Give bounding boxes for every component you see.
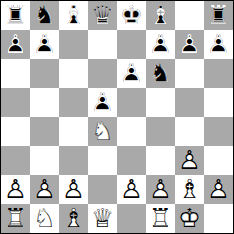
piece-outline-glyph: ♙ bbox=[30, 30, 59, 59]
square-e8[interactable]: ♚♔ bbox=[117, 1, 146, 30]
white-pawn-icon: ♟♙ bbox=[117, 175, 146, 204]
square-d7[interactable] bbox=[88, 30, 117, 59]
square-d8[interactable]: ♛♕ bbox=[88, 1, 117, 30]
piece-fill-glyph: ♝ bbox=[59, 1, 88, 30]
piece-outline-glyph: ♙ bbox=[175, 146, 204, 175]
white-pawn-icon: ♟♙ bbox=[30, 175, 59, 204]
piece-outline-glyph: ♙ bbox=[1, 30, 30, 59]
black-rook-icon: ♜♖ bbox=[204, 1, 233, 30]
piece-fill-glyph: ♞ bbox=[30, 204, 59, 233]
square-g2[interactable]: ♝♗ bbox=[175, 175, 204, 204]
piece-outline-glyph: ♗ bbox=[175, 175, 204, 204]
square-f3[interactable] bbox=[146, 146, 175, 175]
piece-outline-glyph: ♕ bbox=[88, 204, 117, 233]
piece-outline-glyph: ♖ bbox=[204, 1, 233, 30]
square-h3[interactable] bbox=[204, 146, 233, 175]
square-a4[interactable] bbox=[1, 117, 30, 146]
square-d6[interactable] bbox=[88, 59, 117, 88]
piece-fill-glyph: ♟ bbox=[30, 175, 59, 204]
white-pawn-icon: ♟♙ bbox=[146, 175, 175, 204]
white-king-icon: ♚♔ bbox=[175, 204, 204, 233]
piece-fill-glyph: ♛ bbox=[88, 1, 117, 30]
square-f7[interactable]: ♟♙ bbox=[146, 30, 175, 59]
square-b5[interactable] bbox=[30, 88, 59, 117]
piece-outline-glyph: ♙ bbox=[117, 175, 146, 204]
white-queen-icon: ♛♕ bbox=[88, 204, 117, 233]
white-bishop-icon: ♝♗ bbox=[59, 204, 88, 233]
square-b7[interactable]: ♟♙ bbox=[30, 30, 59, 59]
piece-outline-glyph: ♘ bbox=[88, 117, 117, 146]
square-g5[interactable] bbox=[175, 88, 204, 117]
piece-outline-glyph: ♙ bbox=[146, 175, 175, 204]
square-c7[interactable] bbox=[59, 30, 88, 59]
piece-fill-glyph: ♝ bbox=[175, 175, 204, 204]
piece-outline-glyph: ♙ bbox=[117, 59, 146, 88]
square-b3[interactable] bbox=[30, 146, 59, 175]
square-d2[interactable] bbox=[88, 175, 117, 204]
square-f2[interactable]: ♟♙ bbox=[146, 175, 175, 204]
square-g6[interactable] bbox=[175, 59, 204, 88]
piece-outline-glyph: ♙ bbox=[175, 30, 204, 59]
square-g8[interactable] bbox=[175, 1, 204, 30]
white-rook-icon: ♜♖ bbox=[1, 204, 30, 233]
black-rook-icon: ♜♖ bbox=[1, 1, 30, 30]
piece-fill-glyph: ♟ bbox=[146, 30, 175, 59]
piece-fill-glyph: ♛ bbox=[88, 204, 117, 233]
piece-fill-glyph: ♞ bbox=[146, 59, 175, 88]
piece-fill-glyph: ♜ bbox=[204, 1, 233, 30]
square-g1[interactable]: ♚♔ bbox=[175, 204, 204, 233]
square-e7[interactable] bbox=[117, 30, 146, 59]
black-pawn-icon: ♟♙ bbox=[204, 30, 233, 59]
white-knight-icon: ♞♘ bbox=[30, 204, 59, 233]
square-d1[interactable]: ♛♕ bbox=[88, 204, 117, 233]
piece-outline-glyph: ♗ bbox=[59, 204, 88, 233]
piece-fill-glyph: ♝ bbox=[59, 204, 88, 233]
square-d4[interactable]: ♞♘ bbox=[88, 117, 117, 146]
square-h5[interactable] bbox=[204, 88, 233, 117]
piece-fill-glyph: ♞ bbox=[88, 117, 117, 146]
square-g7[interactable]: ♟♙ bbox=[175, 30, 204, 59]
black-pawn-icon: ♟♙ bbox=[146, 30, 175, 59]
square-f4[interactable] bbox=[146, 117, 175, 146]
white-pawn-icon: ♟♙ bbox=[59, 175, 88, 204]
piece-fill-glyph: ♞ bbox=[30, 1, 59, 30]
piece-outline-glyph: ♔ bbox=[117, 1, 146, 30]
square-a1[interactable]: ♜♖ bbox=[1, 204, 30, 233]
piece-fill-glyph: ♚ bbox=[117, 1, 146, 30]
black-king-icon: ♚♔ bbox=[117, 1, 146, 30]
piece-outline-glyph: ♙ bbox=[204, 30, 233, 59]
square-e5[interactable] bbox=[117, 88, 146, 117]
square-g4[interactable] bbox=[175, 117, 204, 146]
square-c3[interactable] bbox=[59, 146, 88, 175]
piece-fill-glyph: ♜ bbox=[1, 1, 30, 30]
square-h7[interactable]: ♟♙ bbox=[204, 30, 233, 59]
black-pawn-icon: ♟♙ bbox=[1, 30, 30, 59]
piece-fill-glyph: ♟ bbox=[117, 175, 146, 204]
black-knight-icon: ♞♘ bbox=[146, 59, 175, 88]
square-h8[interactable]: ♜♖ bbox=[204, 1, 233, 30]
white-pawn-icon: ♟♙ bbox=[204, 175, 233, 204]
square-c6[interactable] bbox=[59, 59, 88, 88]
piece-fill-glyph: ♟ bbox=[175, 146, 204, 175]
piece-fill-glyph: ♟ bbox=[59, 175, 88, 204]
square-a7[interactable]: ♟♙ bbox=[1, 30, 30, 59]
piece-outline-glyph: ♗ bbox=[146, 1, 175, 30]
square-c2[interactable]: ♟♙ bbox=[59, 175, 88, 204]
piece-outline-glyph: ♙ bbox=[1, 175, 30, 204]
black-queen-icon: ♛♕ bbox=[88, 1, 117, 30]
white-rook-icon: ♜♖ bbox=[146, 204, 175, 233]
piece-fill-glyph: ♟ bbox=[88, 88, 117, 117]
square-h4[interactable] bbox=[204, 117, 233, 146]
piece-outline-glyph: ♙ bbox=[88, 88, 117, 117]
piece-fill-glyph: ♟ bbox=[1, 175, 30, 204]
piece-fill-glyph: ♟ bbox=[175, 30, 204, 59]
chess-board: ♜♖♞♘♝♗♛♕♚♔♝♗♜♖♟♙♟♙♟♙♟♙♟♙♟♙♞♘♟♙♞♘♟♙♟♙♟♙♟♙… bbox=[0, 0, 234, 234]
square-c8[interactable]: ♝♗ bbox=[59, 1, 88, 30]
square-b6[interactable] bbox=[30, 59, 59, 88]
square-b8[interactable]: ♞♘ bbox=[30, 1, 59, 30]
piece-fill-glyph: ♟ bbox=[204, 30, 233, 59]
square-f1[interactable]: ♜♖ bbox=[146, 204, 175, 233]
square-a2[interactable]: ♟♙ bbox=[1, 175, 30, 204]
piece-fill-glyph: ♟ bbox=[30, 30, 59, 59]
piece-fill-glyph: ♚ bbox=[175, 204, 204, 233]
square-f8[interactable]: ♝♗ bbox=[146, 1, 175, 30]
black-pawn-icon: ♟♙ bbox=[175, 30, 204, 59]
square-h6[interactable] bbox=[204, 59, 233, 88]
square-b4[interactable] bbox=[30, 117, 59, 146]
black-knight-icon: ♞♘ bbox=[30, 1, 59, 30]
square-e2[interactable]: ♟♙ bbox=[117, 175, 146, 204]
square-f5[interactable] bbox=[146, 88, 175, 117]
square-e3[interactable] bbox=[117, 146, 146, 175]
black-bishop-icon: ♝♗ bbox=[146, 1, 175, 30]
black-bishop-icon: ♝♗ bbox=[59, 1, 88, 30]
square-c4[interactable] bbox=[59, 117, 88, 146]
piece-outline-glyph: ♖ bbox=[1, 204, 30, 233]
piece-fill-glyph: ♜ bbox=[1, 204, 30, 233]
piece-outline-glyph: ♘ bbox=[146, 59, 175, 88]
piece-fill-glyph: ♟ bbox=[146, 175, 175, 204]
square-d3[interactable] bbox=[88, 146, 117, 175]
piece-outline-glyph: ♘ bbox=[30, 1, 59, 30]
square-c1[interactable]: ♝♗ bbox=[59, 204, 88, 233]
square-a5[interactable] bbox=[1, 88, 30, 117]
piece-fill-glyph: ♝ bbox=[146, 1, 175, 30]
square-e6[interactable]: ♟♙ bbox=[117, 59, 146, 88]
square-e4[interactable] bbox=[117, 117, 146, 146]
square-a6[interactable] bbox=[1, 59, 30, 88]
square-a3[interactable] bbox=[1, 146, 30, 175]
square-a8[interactable]: ♜♖ bbox=[1, 1, 30, 30]
piece-outline-glyph: ♙ bbox=[204, 175, 233, 204]
square-f6[interactable]: ♞♘ bbox=[146, 59, 175, 88]
square-b2[interactable]: ♟♙ bbox=[30, 175, 59, 204]
square-g3[interactable]: ♟♙ bbox=[175, 146, 204, 175]
black-pawn-icon: ♟♙ bbox=[30, 30, 59, 59]
white-knight-icon: ♞♘ bbox=[88, 117, 117, 146]
piece-fill-glyph: ♜ bbox=[146, 204, 175, 233]
white-bishop-icon: ♝♗ bbox=[175, 175, 204, 204]
piece-outline-glyph: ♖ bbox=[1, 1, 30, 30]
black-pawn-icon: ♟♙ bbox=[117, 59, 146, 88]
white-pawn-icon: ♟♙ bbox=[175, 146, 204, 175]
piece-fill-glyph: ♟ bbox=[1, 30, 30, 59]
white-pawn-icon: ♟♙ bbox=[1, 175, 30, 204]
piece-outline-glyph: ♔ bbox=[175, 204, 204, 233]
piece-outline-glyph: ♙ bbox=[146, 30, 175, 59]
square-e1[interactable] bbox=[117, 204, 146, 233]
piece-outline-glyph: ♕ bbox=[88, 1, 117, 30]
square-h1[interactable] bbox=[204, 204, 233, 233]
piece-outline-glyph: ♙ bbox=[59, 175, 88, 204]
piece-fill-glyph: ♟ bbox=[204, 175, 233, 204]
black-pawn-icon: ♟♙ bbox=[88, 88, 117, 117]
piece-outline-glyph: ♖ bbox=[146, 204, 175, 233]
square-h2[interactable]: ♟♙ bbox=[204, 175, 233, 204]
piece-outline-glyph: ♘ bbox=[30, 204, 59, 233]
square-d5[interactable]: ♟♙ bbox=[88, 88, 117, 117]
square-c5[interactable] bbox=[59, 88, 88, 117]
piece-fill-glyph: ♟ bbox=[117, 59, 146, 88]
piece-outline-glyph: ♗ bbox=[59, 1, 88, 30]
piece-outline-glyph: ♙ bbox=[30, 175, 59, 204]
square-b1[interactable]: ♞♘ bbox=[30, 204, 59, 233]
